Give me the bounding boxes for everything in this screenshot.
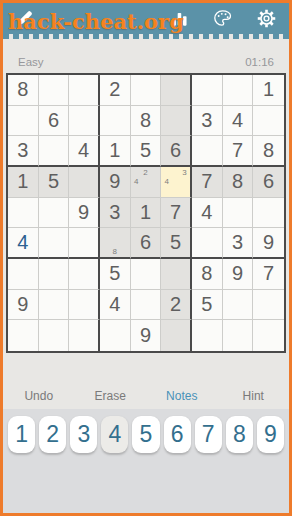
cell-r4c4[interactable]: 9 bbox=[100, 167, 131, 198]
difficulty-label: Easy bbox=[18, 56, 44, 68]
cell-r6c7[interactable] bbox=[192, 228, 223, 259]
hint-button[interactable]: Hint bbox=[218, 356, 290, 404]
cell-r8c4[interactable]: 4 bbox=[100, 290, 131, 321]
cell-r8c8[interactable] bbox=[223, 290, 254, 321]
cell-r6c8[interactable]: 3 bbox=[223, 228, 254, 259]
numpad: 1 2 3 4 5 6 7 8 9 bbox=[8, 416, 284, 453]
cell-r3c8[interactable]: 7 bbox=[223, 136, 254, 167]
notes-button[interactable]: Notes bbox=[146, 357, 218, 403]
cell-r1c3[interactable] bbox=[69, 75, 100, 106]
cell-r5c5[interactable]: 1 bbox=[131, 198, 162, 229]
sudoku-board: 8216834341567815924347869317448653958979… bbox=[6, 73, 286, 353]
cell-r5c4[interactable]: 3 bbox=[100, 198, 131, 229]
cell-r8c1[interactable]: 9 bbox=[8, 290, 39, 321]
cell-r7c4[interactable]: 5 bbox=[100, 259, 131, 290]
cell-r6c3[interactable] bbox=[69, 228, 100, 259]
cell-r1c7[interactable] bbox=[192, 75, 223, 106]
numkey-6[interactable]: 6 bbox=[164, 416, 191, 453]
cell-r4c5[interactable]: 24 bbox=[131, 167, 162, 198]
cell-r2c5[interactable]: 8 bbox=[131, 106, 162, 137]
cell-r1c5[interactable] bbox=[131, 75, 162, 106]
header bbox=[3, 3, 289, 34]
cell-r3c4[interactable]: 1 bbox=[100, 136, 131, 167]
cell-r1c8[interactable] bbox=[223, 75, 254, 106]
pencil-notes: 34 bbox=[162, 168, 189, 196]
cell-r3c2[interactable] bbox=[39, 136, 70, 167]
cell-r6c6[interactable]: 5 bbox=[161, 228, 192, 259]
cell-r3c5[interactable]: 5 bbox=[131, 136, 162, 167]
pencil-icon[interactable] bbox=[15, 9, 34, 28]
cell-r4c1[interactable]: 1 bbox=[8, 167, 39, 198]
cell-r6c4[interactable]: 8 bbox=[100, 228, 131, 259]
pencil-notes: 8 bbox=[101, 229, 129, 256]
cell-r5c9[interactable] bbox=[253, 198, 284, 229]
cell-r8c3[interactable] bbox=[69, 290, 100, 321]
cell-r8c2[interactable] bbox=[39, 290, 70, 321]
cell-r1c6[interactable] bbox=[161, 75, 192, 106]
numkey-1[interactable]: 1 bbox=[8, 416, 35, 453]
cell-r2c4[interactable] bbox=[100, 106, 131, 137]
cell-r3c9[interactable]: 8 bbox=[253, 136, 284, 167]
cell-r7c2[interactable] bbox=[39, 259, 70, 290]
cell-r9c4[interactable] bbox=[100, 320, 131, 351]
cell-r4c9[interactable]: 6 bbox=[253, 167, 284, 198]
pencil-notes: 24 bbox=[132, 168, 160, 196]
cell-r1c1[interactable]: 8 bbox=[8, 75, 39, 106]
tool-label: Erase bbox=[95, 389, 126, 403]
tool-label: Notes bbox=[166, 389, 197, 403]
cell-r9c1[interactable] bbox=[8, 320, 39, 351]
numkey-5[interactable]: 5 bbox=[132, 416, 159, 453]
cell-r8c9[interactable] bbox=[253, 290, 284, 321]
cell-r1c9[interactable]: 1 bbox=[253, 75, 284, 106]
stamp-edge bbox=[3, 34, 289, 39]
cell-r6c9[interactable]: 9 bbox=[253, 228, 284, 259]
cell-r9c2[interactable] bbox=[39, 320, 70, 351]
cell-r4c6[interactable]: 34 bbox=[161, 167, 192, 198]
cell-r8c6[interactable]: 2 bbox=[161, 290, 192, 321]
cell-r2c1[interactable] bbox=[8, 106, 39, 137]
cell-r4c8[interactable]: 8 bbox=[223, 167, 254, 198]
cell-r7c7[interactable]: 8 bbox=[192, 259, 223, 290]
cell-r5c8[interactable] bbox=[223, 198, 254, 229]
cell-r9c9[interactable] bbox=[253, 320, 284, 351]
cell-r7c8[interactable]: 9 bbox=[223, 259, 254, 290]
status-bar: Easy 01:16 bbox=[3, 55, 289, 69]
cell-r3c6[interactable]: 6 bbox=[161, 136, 192, 167]
cell-r2c6[interactable] bbox=[161, 106, 192, 137]
cell-r7c3[interactable] bbox=[69, 259, 100, 290]
palette-icon[interactable] bbox=[212, 8, 233, 29]
cell-r7c5[interactable] bbox=[131, 259, 162, 290]
toolbar: Undo Erase Notes bbox=[3, 357, 289, 403]
numkey-4[interactable]: 4 bbox=[101, 416, 128, 453]
cell-r3c7[interactable] bbox=[192, 136, 223, 167]
cell-r9c5[interactable]: 9 bbox=[131, 320, 162, 351]
cell-r2c2[interactable]: 6 bbox=[39, 106, 70, 137]
cell-r7c9[interactable]: 7 bbox=[253, 259, 284, 290]
numpad-section: 1 2 3 4 5 6 7 8 9 bbox=[3, 409, 289, 513]
cell-r4c7[interactable]: 7 bbox=[192, 167, 223, 198]
tool-label: Undo bbox=[24, 389, 53, 403]
cell-r9c7[interactable] bbox=[192, 320, 223, 351]
numkey-9[interactable]: 9 bbox=[257, 416, 284, 453]
cell-r5c7[interactable]: 4 bbox=[192, 198, 223, 229]
cell-r4c3[interactable] bbox=[69, 167, 100, 198]
cell-r6c5[interactable]: 6 bbox=[131, 228, 162, 259]
cell-r3c1[interactable]: 3 bbox=[8, 136, 39, 167]
cell-r7c6[interactable] bbox=[161, 259, 192, 290]
numkey-8[interactable]: 8 bbox=[226, 416, 253, 453]
cell-r8c7[interactable]: 5 bbox=[192, 290, 223, 321]
cell-r3c3[interactable]: 4 bbox=[69, 136, 100, 167]
tool-label: Hint bbox=[243, 389, 264, 403]
erase-button[interactable]: Erase bbox=[75, 357, 147, 403]
numkey-7[interactable]: 7 bbox=[195, 416, 222, 453]
cell-r7c1[interactable] bbox=[8, 259, 39, 290]
cell-r2c9[interactable] bbox=[253, 106, 284, 137]
cell-r2c8[interactable]: 4 bbox=[223, 106, 254, 137]
numkey-3[interactable]: 3 bbox=[70, 416, 97, 453]
cell-r9c3[interactable] bbox=[69, 320, 100, 351]
cell-r9c8[interactable] bbox=[223, 320, 254, 351]
numkey-2[interactable]: 2 bbox=[39, 416, 66, 453]
cell-r1c4[interactable]: 2 bbox=[100, 75, 131, 106]
cell-r4c2[interactable]: 5 bbox=[39, 167, 70, 198]
cell-r8c5[interactable] bbox=[131, 290, 162, 321]
undo-button[interactable]: Undo bbox=[3, 356, 75, 404]
cell-r2c3[interactable] bbox=[69, 106, 100, 137]
cell-r6c2[interactable] bbox=[39, 228, 70, 259]
cell-r5c1[interactable] bbox=[8, 198, 39, 229]
settings-gear-icon[interactable] bbox=[256, 8, 277, 29]
cell-r6c1[interactable]: 4 bbox=[8, 228, 39, 259]
cell-r5c3[interactable]: 9 bbox=[69, 198, 100, 229]
app-frame: hack-cheat.org bbox=[0, 0, 292, 516]
stats-icon[interactable] bbox=[170, 9, 189, 28]
timer: 01:16 bbox=[245, 56, 274, 68]
cell-r2c7[interactable]: 3 bbox=[192, 106, 223, 137]
cell-r5c6[interactable]: 7 bbox=[161, 198, 192, 229]
cell-r1c2[interactable] bbox=[39, 75, 70, 106]
cell-r9c6[interactable] bbox=[161, 320, 192, 351]
cell-r5c2[interactable] bbox=[39, 198, 70, 229]
